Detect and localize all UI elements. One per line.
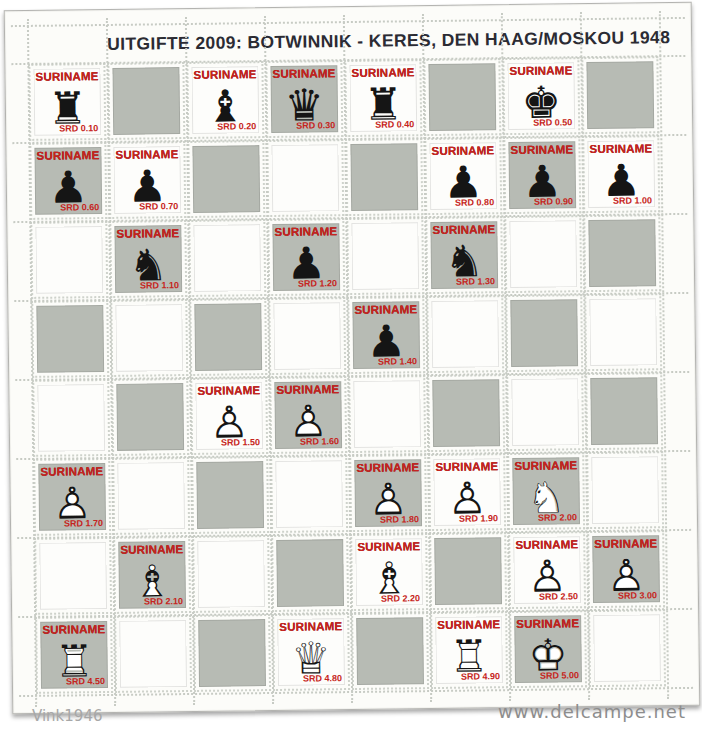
denomination: SRD 0.70 — [139, 201, 178, 211]
perforation-column — [659, 11, 669, 699]
denomination: SRD 1.30 — [456, 276, 495, 286]
square-b4 — [116, 383, 184, 451]
square-f2 — [434, 537, 502, 605]
square-a8: SURINAME♜SRD 0.10 — [33, 68, 101, 136]
square-f7: SURINAME♟SRD 0.80 — [429, 142, 497, 210]
square-g8: SURINAME♚SRD 0.50 — [507, 62, 575, 130]
square-d2 — [276, 539, 344, 607]
square-d8: SURINAME♛SRD 0.30 — [270, 65, 338, 133]
denomination: SRD 0.10 — [59, 123, 98, 133]
denomination: SRD 1.00 — [613, 195, 652, 205]
square-b8 — [112, 67, 180, 135]
square-b5 — [115, 304, 183, 372]
square-g3: SURINAME♞♘SRD 2.00 — [512, 457, 580, 525]
denomination: SRD 1.90 — [459, 513, 498, 523]
square-d4: SURINAME♟♙SRD 1.60 — [274, 381, 342, 449]
square-h6 — [588, 219, 656, 287]
square-b2: SURINAME♝♗SRD 2.10 — [118, 541, 186, 609]
square-f8 — [428, 63, 496, 131]
square-f6: SURINAME♞SRD 1.30 — [430, 221, 498, 289]
square-a4 — [37, 384, 105, 452]
watermark-seller: Vink1946 — [32, 707, 102, 725]
square-h2: SURINAME♟♙SRD 3.00 — [592, 535, 660, 603]
square-g7: SURINAME♟SRD 0.90 — [508, 141, 576, 209]
square-e5: SURINAME♟SRD 1.40 — [352, 301, 420, 369]
square-a5 — [36, 305, 104, 373]
square-c7 — [192, 145, 260, 213]
square-e4 — [353, 380, 421, 448]
stamp-grid: SURINAME♜SRD 0.10SURINAME♝SRD 0.20SURINA… — [33, 61, 661, 689]
square-a1: SURINAME♜♖SRD 4.50 — [40, 621, 108, 689]
sheet-title: UITGIFTE 2009: BOTWINNIK - KERES, DEN HA… — [107, 27, 670, 55]
square-h5 — [589, 298, 657, 366]
perforation-row — [19, 687, 693, 697]
denomination: SRD 0.20 — [217, 121, 256, 131]
square-c2 — [197, 540, 265, 608]
square-g2: SURINAME♟♙SRD 2.50 — [513, 536, 581, 604]
square-f3: SURINAME♟♙SRD 1.90 — [433, 458, 501, 526]
square-e2: SURINAME♝♗SRD 2.20 — [355, 538, 423, 606]
square-c5 — [194, 303, 262, 371]
square-g1: SURINAME♚♔SRD 5.00 — [514, 615, 582, 683]
square-a7: SURINAME♟SRD 0.60 — [34, 147, 102, 215]
square-d3 — [275, 460, 343, 528]
denomination: SRD 1.70 — [64, 518, 103, 528]
square-c3 — [196, 461, 264, 529]
square-e6 — [351, 222, 419, 290]
denomination: SRD 4.80 — [303, 673, 342, 683]
denomination: SRD 1.40 — [378, 356, 417, 366]
denomination: SRD 0.90 — [534, 196, 573, 206]
square-f4 — [432, 379, 500, 447]
square-e7 — [350, 143, 418, 211]
square-h8 — [586, 61, 654, 129]
denomination: SRD 0.30 — [296, 120, 335, 130]
square-b1 — [119, 620, 187, 688]
square-a2 — [39, 542, 107, 610]
square-h1 — [593, 614, 661, 682]
square-b6: SURINAME♞SRD 1.10 — [114, 225, 182, 293]
denomination: SRD 2.50 — [539, 591, 578, 601]
square-e1 — [356, 617, 424, 685]
square-h7: SURINAME♟SRD 1.00 — [587, 140, 655, 208]
stamp-sheet: UITGIFTE 2009: BOTWINNIK - KERES, DEN HA… — [4, 2, 701, 714]
square-a6 — [35, 226, 103, 294]
denomination: SRD 1.10 — [140, 280, 179, 290]
square-f5 — [431, 300, 499, 368]
square-a3: SURINAME♟♙SRD 1.70 — [38, 463, 106, 531]
square-c6 — [193, 224, 261, 292]
denomination: SRD 1.80 — [380, 514, 419, 524]
denomination: SRD 0.50 — [533, 117, 572, 127]
square-f1: SURINAME♜♖SRD 4.90 — [435, 616, 503, 684]
denomination: SRD 2.00 — [538, 512, 577, 522]
denomination: SRD 1.50 — [221, 437, 260, 447]
denomination: SRD 0.60 — [60, 202, 99, 212]
denomination: SRD 3.00 — [618, 590, 657, 600]
square-d1: SURINAME♛♕SRD 4.80 — [277, 618, 345, 686]
denomination: SRD 1.60 — [300, 436, 339, 446]
square-h3 — [591, 456, 659, 524]
square-e8: SURINAME♜SRD 0.40 — [349, 64, 417, 132]
square-d5 — [273, 302, 341, 370]
square-c8: SURINAME♝SRD 0.20 — [191, 66, 259, 134]
square-d7 — [271, 144, 339, 212]
square-c4: SURINAME♟♙SRD 1.50 — [195, 382, 263, 450]
denomination: SRD 5.00 — [540, 670, 579, 680]
watermark-delcampe: www.delcampe.net — [498, 701, 686, 722]
square-b3 — [117, 462, 185, 530]
square-d6: SURINAME♟SRD 1.20 — [272, 223, 340, 291]
denomination: SRD 1.20 — [298, 278, 337, 288]
square-c1 — [198, 619, 266, 687]
denomination: SRD 4.50 — [66, 676, 105, 686]
denomination: SRD 0.80 — [455, 197, 494, 207]
square-e3: SURINAME♟♙SRD 1.80 — [354, 459, 422, 527]
denomination: SRD 4.90 — [461, 671, 500, 681]
square-b7: SURINAME♟SRD 0.70 — [113, 146, 181, 214]
denomination: SRD 2.20 — [381, 593, 420, 603]
square-h4 — [590, 377, 658, 445]
square-g5 — [510, 299, 578, 367]
square-g6 — [509, 220, 577, 288]
denomination: SRD 2.10 — [144, 596, 183, 606]
denomination: SRD 0.40 — [375, 119, 414, 129]
perforation-row — [11, 17, 685, 27]
square-g4 — [511, 378, 579, 446]
